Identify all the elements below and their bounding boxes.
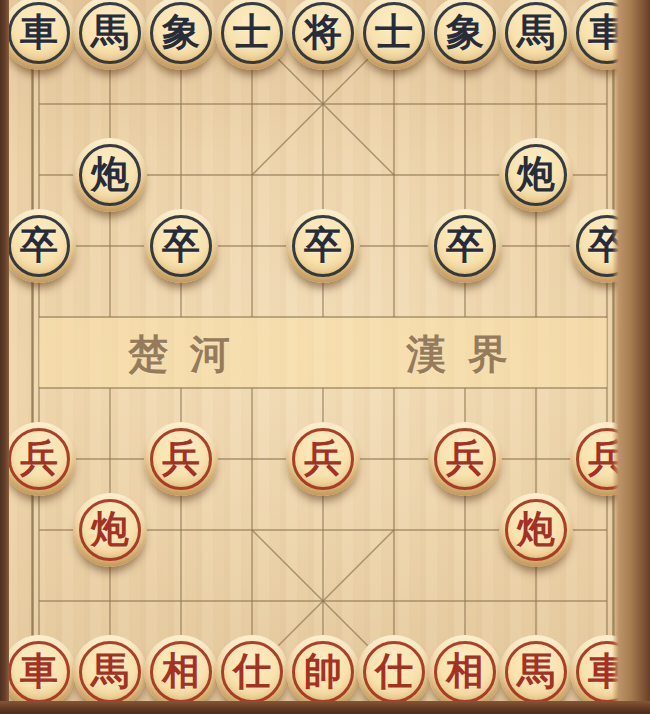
piece-red-elephant-2[interactable]: 相 [428, 635, 502, 709]
piece-red-horse-1[interactable]: 馬 [73, 635, 147, 709]
piece-red-cannon-2[interactable]: 炮 [499, 493, 573, 567]
piece-glyph: 相 [162, 652, 200, 690]
piece-black-cannon-2[interactable]: 炮 [499, 138, 573, 212]
piece-black-soldier-4[interactable]: 卒 [428, 209, 502, 283]
piece-red-advisor-1[interactable]: 仕 [215, 635, 289, 709]
piece-black-cannon-1[interactable]: 炮 [73, 138, 147, 212]
board-frame-bottom [0, 701, 650, 714]
piece-red-chariot-1[interactable]: 車 [2, 635, 76, 709]
piece-red-cannon-1[interactable]: 炮 [73, 493, 147, 567]
piece-glyph: 卒 [162, 226, 200, 264]
piece-glyph: 馬 [517, 652, 555, 690]
piece-red-advisor-2[interactable]: 仕 [357, 635, 431, 709]
river-label-right: 漢界 [406, 327, 530, 382]
piece-red-soldier-2[interactable]: 兵 [144, 422, 218, 496]
piece-glyph: 炮 [517, 155, 555, 193]
piece-red-elephant-1[interactable]: 相 [144, 635, 218, 709]
board-frame-left [0, 0, 9, 714]
piece-red-soldier-1[interactable]: 兵 [2, 422, 76, 496]
piece-glyph: 兵 [304, 439, 342, 477]
piece-glyph: 車 [20, 13, 58, 51]
piece-glyph: 炮 [91, 155, 129, 193]
piece-black-soldier-1[interactable]: 卒 [2, 209, 76, 283]
piece-glyph: 帥 [304, 652, 342, 690]
piece-glyph: 仕 [233, 652, 271, 690]
piece-glyph: 士 [233, 13, 271, 51]
river-label-left: 楚河 [128, 327, 252, 382]
piece-red-soldier-3[interactable]: 兵 [286, 422, 360, 496]
piece-glyph: 相 [446, 652, 484, 690]
piece-glyph: 仕 [375, 652, 413, 690]
piece-glyph: 士 [375, 13, 413, 51]
piece-glyph: 兵 [162, 439, 200, 477]
piece-glyph: 馬 [91, 652, 129, 690]
piece-glyph: 卒 [20, 226, 58, 264]
piece-red-soldier-4[interactable]: 兵 [428, 422, 502, 496]
piece-glyph: 象 [162, 13, 200, 51]
piece-glyph: 車 [20, 652, 58, 690]
piece-glyph: 兵 [20, 439, 58, 477]
piece-glyph: 炮 [91, 510, 129, 548]
board-frame-right [612, 0, 650, 714]
piece-glyph: 卒 [304, 226, 342, 264]
piece-glyph: 炮 [517, 510, 555, 548]
piece-glyph: 馬 [91, 13, 129, 51]
piece-glyph: 将 [304, 13, 342, 51]
piece-glyph: 象 [446, 13, 484, 51]
piece-glyph: 馬 [517, 13, 555, 51]
piece-black-soldier-2[interactable]: 卒 [144, 209, 218, 283]
piece-black-soldier-3[interactable]: 卒 [286, 209, 360, 283]
piece-red-general[interactable]: 帥 [286, 635, 360, 709]
piece-red-horse-2[interactable]: 馬 [499, 635, 573, 709]
piece-glyph: 卒 [446, 226, 484, 264]
xiangqi-board: 楚河 漢界 車馬象士将士象馬車炮炮卒卒卒卒卒兵兵兵兵兵炮炮車馬相仕帥仕相馬車 [0, 0, 650, 714]
piece-glyph: 兵 [446, 439, 484, 477]
